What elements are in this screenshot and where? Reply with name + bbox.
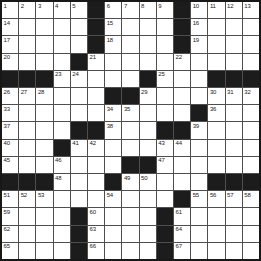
block-cell-r10c9 — [140, 157, 156, 173]
letter-cell-r2c9[interactable] — [140, 19, 156, 35]
letter-cell-r8c4[interactable] — [54, 122, 70, 138]
letter-cell-r8c9[interactable] — [140, 122, 156, 138]
letter-cell-r4c6[interactable]: 21 — [88, 54, 104, 70]
letter-cell-r4c3[interactable] — [36, 54, 52, 70]
letter-cell-r15c6[interactable]: 66 — [88, 243, 104, 259]
letter-cell-r12c12[interactable]: 55 — [191, 191, 207, 207]
clue-number-7: 7 — [124, 3, 127, 10]
clue-number-39: 39 — [193, 123, 199, 130]
letter-cell-r8c7[interactable]: 38 — [105, 122, 121, 138]
clue-number-35: 35 — [124, 106, 130, 113]
letter-cell-r1c9[interactable]: 8 — [140, 2, 156, 18]
letter-cell-r15c14[interactable] — [226, 243, 242, 259]
letter-cell-r1c15[interactable]: 13 — [243, 2, 259, 18]
clue-number-16: 16 — [193, 20, 199, 27]
clue-number-26: 26 — [4, 89, 10, 96]
block-cell-r11c7 — [105, 174, 121, 190]
clue-number-27: 27 — [21, 89, 27, 96]
letter-cell-r6c13[interactable]: 30 — [208, 88, 224, 104]
clue-number-44: 44 — [176, 140, 182, 147]
letter-cell-r13c14[interactable] — [226, 208, 242, 224]
clue-number-47: 47 — [158, 157, 164, 164]
letter-cell-r1c5[interactable]: 5 — [71, 2, 87, 18]
letter-cell-r9c2[interactable] — [19, 140, 35, 156]
block-cell-r11c3 — [36, 174, 52, 190]
letter-cell-r9c5[interactable]: 41 — [71, 140, 87, 156]
letter-cell-r14c12[interactable] — [191, 226, 207, 242]
block-cell-r11c15 — [243, 174, 259, 190]
letter-cell-r2c2[interactable] — [19, 19, 35, 35]
letter-cell-r14c14[interactable] — [226, 226, 242, 242]
letter-cell-r12c1[interactable]: 51 — [2, 191, 18, 207]
letter-cell-r1c7[interactable]: 6 — [105, 2, 121, 18]
block-cell-r10c8 — [122, 157, 138, 173]
letter-cell-r15c1[interactable]: 65 — [2, 243, 18, 259]
clue-number-46: 46 — [55, 157, 61, 164]
clue-number-10: 10 — [193, 3, 199, 10]
letter-cell-r9c15[interactable] — [243, 140, 259, 156]
letter-cell-r6c12[interactable] — [191, 88, 207, 104]
clue-number-13: 13 — [244, 3, 250, 10]
letter-cell-r1c8[interactable]: 7 — [122, 2, 138, 18]
letter-cell-r14c8[interactable] — [122, 226, 138, 242]
block-cell-r8c11 — [174, 122, 190, 138]
clue-number-23: 23 — [55, 71, 61, 78]
letter-cell-r14c3[interactable] — [36, 226, 52, 242]
letter-cell-r6c15[interactable]: 32 — [243, 88, 259, 104]
letter-cell-r5c4[interactable]: 23 — [54, 71, 70, 87]
letter-cell-r7c14[interactable] — [226, 105, 242, 121]
block-cell-r5c9 — [140, 71, 156, 87]
letter-cell-r11c12[interactable] — [191, 174, 207, 190]
letter-cell-r1c3[interactable]: 3 — [36, 2, 52, 18]
letter-cell-r7c3[interactable] — [36, 105, 52, 121]
clue-number-20: 20 — [4, 54, 10, 61]
clue-number-56: 56 — [210, 192, 216, 199]
letter-cell-r2c10[interactable] — [157, 19, 173, 35]
letter-cell-r10c13[interactable] — [208, 157, 224, 173]
clue-number-8: 8 — [141, 3, 144, 10]
clue-number-43: 43 — [158, 140, 164, 147]
letter-cell-r3c12[interactable]: 19 — [191, 36, 207, 52]
letter-cell-r8c12[interactable]: 39 — [191, 122, 207, 138]
letter-cell-r11c4[interactable]: 48 — [54, 174, 70, 190]
block-cell-r15c10 — [157, 243, 173, 259]
clue-number-51: 51 — [4, 192, 10, 199]
letter-cell-r6c11[interactable] — [174, 88, 190, 104]
clue-number-57: 57 — [227, 192, 233, 199]
letter-cell-r15c12[interactable] — [191, 243, 207, 259]
letter-cell-r3c10[interactable] — [157, 36, 173, 52]
letter-cell-r15c9[interactable] — [140, 243, 156, 259]
letter-cell-r4c7[interactable] — [105, 54, 121, 70]
letter-cell-r2c8[interactable] — [122, 19, 138, 35]
letter-cell-r12c7[interactable]: 54 — [105, 191, 121, 207]
letter-cell-r6c2[interactable]: 27 — [19, 88, 35, 104]
letter-cell-r14c13[interactable] — [208, 226, 224, 242]
letter-cell-r7c5[interactable] — [71, 105, 87, 121]
clue-number-66: 66 — [90, 243, 96, 250]
letter-cell-r6c9[interactable]: 29 — [140, 88, 156, 104]
clue-number-24: 24 — [72, 71, 78, 78]
letter-cell-r2c13[interactable] — [208, 19, 224, 35]
letter-cell-r4c13[interactable] — [208, 54, 224, 70]
letter-cell-r4c10[interactable] — [157, 54, 173, 70]
letter-cell-r14c1[interactable]: 62 — [2, 226, 18, 242]
block-cell-r1c6 — [88, 2, 104, 18]
clue-number-17: 17 — [4, 37, 10, 44]
clue-number-5: 5 — [72, 3, 75, 10]
letter-cell-r5c10[interactable]: 25 — [157, 71, 173, 87]
letter-cell-r2c1[interactable]: 14 — [2, 19, 18, 35]
letter-cell-r3c9[interactable] — [140, 36, 156, 52]
clue-number-34: 34 — [107, 106, 113, 113]
block-cell-r11c2 — [19, 174, 35, 190]
letter-cell-r3c13[interactable] — [208, 36, 224, 52]
letter-cell-r12c14[interactable]: 57 — [226, 191, 242, 207]
letter-cell-r11c5[interactable] — [71, 174, 87, 190]
block-cell-r3c6 — [88, 36, 104, 52]
letter-cell-r14c9[interactable] — [140, 226, 156, 242]
block-cell-r8c10 — [157, 122, 173, 138]
letter-cell-r11c6[interactable] — [88, 174, 104, 190]
letter-cell-r4c15[interactable] — [243, 54, 259, 70]
block-cell-r6c7 — [105, 88, 121, 104]
clue-number-25: 25 — [158, 71, 164, 78]
letter-cell-r14c4[interactable] — [54, 226, 70, 242]
letter-cell-r2c5[interactable] — [71, 19, 87, 35]
block-cell-r1c11 — [174, 2, 190, 18]
clue-number-28: 28 — [38, 89, 44, 96]
letter-cell-r10c5[interactable] — [71, 157, 87, 173]
letter-cell-r1c1[interactable]: 1 — [2, 2, 18, 18]
letter-cell-r3c14[interactable] — [226, 36, 242, 52]
letter-cell-r12c4[interactable] — [54, 191, 70, 207]
letter-cell-r9c10[interactable]: 43 — [157, 140, 173, 156]
clue-number-62: 62 — [4, 226, 10, 233]
clue-number-29: 29 — [141, 89, 147, 96]
letter-cell-r7c2[interactable] — [19, 105, 35, 121]
letter-cell-r2c15[interactable] — [243, 19, 259, 35]
block-cell-r2c6 — [88, 19, 104, 35]
letter-cell-r4c14[interactable] — [226, 54, 242, 70]
block-cell-r13c10 — [157, 208, 173, 224]
clue-number-41: 41 — [72, 140, 78, 147]
block-cell-r7c12 — [191, 105, 207, 121]
letter-cell-r10c12[interactable] — [191, 157, 207, 173]
letter-cell-r7c7[interactable]: 34 — [105, 105, 121, 121]
letter-cell-r13c13[interactable] — [208, 208, 224, 224]
letter-cell-r12c10[interactable] — [157, 191, 173, 207]
letter-cell-r2c12[interactable]: 16 — [191, 19, 207, 35]
clue-number-55: 55 — [193, 192, 199, 199]
block-cell-r2c11 — [174, 19, 190, 35]
clue-number-37: 37 — [4, 123, 10, 130]
letter-cell-r9c1[interactable]: 40 — [2, 140, 18, 156]
letter-cell-r11c11[interactable] — [174, 174, 190, 190]
letter-cell-r14c2[interactable] — [19, 226, 35, 242]
letter-cell-r7c8[interactable]: 35 — [122, 105, 138, 121]
letter-cell-r3c3[interactable] — [36, 36, 52, 52]
letter-cell-r10c2[interactable] — [19, 157, 35, 173]
block-cell-r9c4 — [54, 140, 70, 156]
letter-cell-r10c4[interactable]: 46 — [54, 157, 70, 173]
letter-cell-r3c7[interactable]: 18 — [105, 36, 121, 52]
block-cell-r6c8 — [122, 88, 138, 104]
letter-cell-r15c8[interactable] — [122, 243, 138, 259]
letter-cell-r13c4[interactable] — [54, 208, 70, 224]
letter-cell-r7c13[interactable]: 36 — [208, 105, 224, 121]
letter-cell-r1c4[interactable]: 4 — [54, 2, 70, 18]
block-cell-r8c5 — [71, 122, 87, 138]
letter-cell-r9c3[interactable] — [36, 140, 52, 156]
letter-cell-r5c12[interactable] — [191, 71, 207, 87]
letter-cell-r6c4[interactable] — [54, 88, 70, 104]
letter-cell-r12c3[interactable]: 53 — [36, 191, 52, 207]
clue-number-14: 14 — [4, 20, 10, 27]
block-cell-r11c13 — [208, 174, 224, 190]
letter-cell-r13c15[interactable] — [243, 208, 259, 224]
letter-cell-r15c4[interactable] — [54, 243, 70, 259]
clue-number-21: 21 — [90, 54, 96, 61]
letter-cell-r14c7[interactable] — [105, 226, 121, 242]
clue-number-52: 52 — [21, 192, 27, 199]
block-cell-r5c2 — [19, 71, 35, 87]
clue-number-1: 1 — [4, 3, 7, 10]
letter-cell-r7c11[interactable] — [174, 105, 190, 121]
letter-cell-r1c13[interactable]: 11 — [208, 2, 224, 18]
letter-cell-r9c7[interactable] — [105, 140, 121, 156]
block-cell-r4c5 — [71, 54, 87, 70]
letter-cell-r7c4[interactable] — [54, 105, 70, 121]
letter-cell-r3c5[interactable] — [71, 36, 87, 52]
block-cell-r5c14 — [226, 71, 242, 87]
letter-cell-r13c9[interactable] — [140, 208, 156, 224]
letter-cell-r2c14[interactable] — [226, 19, 242, 35]
letter-cell-r3c8[interactable] — [122, 36, 138, 52]
letter-cell-r6c14[interactable]: 31 — [226, 88, 242, 104]
letter-cell-r13c1[interactable]: 59 — [2, 208, 18, 224]
letter-cell-r5c8[interactable] — [122, 71, 138, 87]
letter-cell-r6c1[interactable]: 26 — [2, 88, 18, 104]
letter-cell-r14c11[interactable]: 64 — [174, 226, 190, 242]
letter-cell-r4c12[interactable] — [191, 54, 207, 70]
block-cell-r3c11 — [174, 36, 190, 52]
letter-cell-r9c13[interactable] — [208, 140, 224, 156]
letter-cell-r4c1[interactable]: 20 — [2, 54, 18, 70]
letter-cell-r12c2[interactable]: 52 — [19, 191, 35, 207]
block-cell-r5c13 — [208, 71, 224, 87]
clue-number-64: 64 — [176, 226, 182, 233]
letter-cell-r12c13[interactable]: 56 — [208, 191, 224, 207]
letter-cell-r12c5[interactable] — [71, 191, 87, 207]
letter-cell-r2c3[interactable] — [36, 19, 52, 35]
letter-cell-r10c1[interactable]: 45 — [2, 157, 18, 173]
clue-number-9: 9 — [158, 3, 161, 10]
letter-cell-r8c8[interactable] — [122, 122, 138, 138]
letter-cell-r15c7[interactable] — [105, 243, 121, 259]
letter-cell-r15c2[interactable] — [19, 243, 35, 259]
letter-cell-r7c6[interactable] — [88, 105, 104, 121]
clue-number-38: 38 — [107, 123, 113, 130]
letter-cell-r2c4[interactable] — [54, 19, 70, 35]
letter-cell-r4c2[interactable] — [19, 54, 35, 70]
block-cell-r14c10 — [157, 226, 173, 242]
letter-cell-r5c5[interactable]: 24 — [71, 71, 87, 87]
clue-number-3: 3 — [38, 3, 41, 10]
clue-number-67: 67 — [176, 243, 182, 250]
letter-cell-r5c11[interactable] — [174, 71, 190, 87]
letter-cell-r1c12[interactable]: 10 — [191, 2, 207, 18]
letter-cell-r7c10[interactable] — [157, 105, 173, 121]
clue-number-49: 49 — [124, 175, 130, 182]
letter-cell-r14c15[interactable] — [243, 226, 259, 242]
clue-number-65: 65 — [4, 243, 10, 250]
letter-cell-r13c11[interactable]: 61 — [174, 208, 190, 224]
clue-number-36: 36 — [210, 106, 216, 113]
letter-cell-r13c2[interactable] — [19, 208, 35, 224]
clue-number-11: 11 — [210, 3, 216, 10]
letter-cell-r10c6[interactable] — [88, 157, 104, 173]
letter-cell-r1c2[interactable]: 2 — [19, 2, 35, 18]
clue-number-30: 30 — [210, 89, 216, 96]
clue-number-12: 12 — [227, 3, 233, 10]
clue-number-59: 59 — [4, 209, 10, 216]
letter-cell-r6c3[interactable]: 28 — [36, 88, 52, 104]
clue-number-42: 42 — [90, 140, 96, 147]
block-cell-r11c14 — [226, 174, 242, 190]
clue-number-22: 22 — [176, 54, 182, 61]
letter-cell-r13c6[interactable]: 60 — [88, 208, 104, 224]
letter-cell-r8c1[interactable]: 37 — [2, 122, 18, 138]
letter-cell-r4c9[interactable] — [140, 54, 156, 70]
letter-cell-r9c8[interactable] — [122, 140, 138, 156]
clue-number-60: 60 — [90, 209, 96, 216]
letter-cell-r12c9[interactable] — [140, 191, 156, 207]
block-cell-r13c5 — [71, 208, 87, 224]
block-cell-r11c1 — [2, 174, 18, 190]
letter-cell-r9c6[interactable]: 42 — [88, 140, 104, 156]
clue-number-6: 6 — [107, 3, 110, 10]
letter-cell-r4c11[interactable]: 22 — [174, 54, 190, 70]
block-cell-r12c11 — [174, 191, 190, 207]
letter-cell-r13c7[interactable] — [105, 208, 121, 224]
letter-cell-r8c15[interactable] — [243, 122, 259, 138]
letter-cell-r10c11[interactable] — [174, 157, 190, 173]
letter-cell-r3c4[interactable] — [54, 36, 70, 52]
letter-cell-r1c10[interactable]: 9 — [157, 2, 173, 18]
clue-number-50: 50 — [141, 175, 147, 182]
letter-cell-r9c14[interactable] — [226, 140, 242, 156]
letter-cell-r9c9[interactable] — [140, 140, 156, 156]
clue-number-15: 15 — [107, 20, 113, 27]
letter-cell-r4c4[interactable] — [54, 54, 70, 70]
block-cell-r5c3 — [36, 71, 52, 87]
letter-cell-r10c10[interactable]: 47 — [157, 157, 173, 173]
letter-cell-r10c15[interactable] — [243, 157, 259, 173]
letter-cell-r7c1[interactable]: 33 — [2, 105, 18, 121]
letter-cell-r10c14[interactable] — [226, 157, 242, 173]
letter-cell-r12c8[interactable] — [122, 191, 138, 207]
clue-number-45: 45 — [4, 157, 10, 164]
letter-cell-r12c6[interactable] — [88, 191, 104, 207]
clue-number-33: 33 — [4, 106, 10, 113]
letter-cell-r3c15[interactable] — [243, 36, 259, 52]
letter-cell-r3c2[interactable] — [19, 36, 35, 52]
letter-cell-r8c2[interactable] — [19, 122, 35, 138]
letter-cell-r6c5[interactable] — [71, 88, 87, 104]
letter-cell-r15c11[interactable]: 67 — [174, 243, 190, 259]
clue-number-54: 54 — [107, 192, 113, 199]
clue-number-63: 63 — [90, 226, 96, 233]
letter-cell-r13c12[interactable] — [191, 208, 207, 224]
letter-cell-r11c9[interactable]: 50 — [140, 174, 156, 190]
clue-number-40: 40 — [4, 140, 10, 147]
letter-cell-r13c8[interactable] — [122, 208, 138, 224]
clue-number-18: 18 — [107, 37, 113, 44]
letter-cell-r7c9[interactable] — [140, 105, 156, 121]
letter-cell-r10c3[interactable] — [36, 157, 52, 173]
clue-number-19: 19 — [193, 37, 199, 44]
letter-cell-r9c11[interactable]: 44 — [174, 140, 190, 156]
block-cell-r15c5 — [71, 243, 87, 259]
letter-cell-r3c1[interactable]: 17 — [2, 36, 18, 52]
letter-cell-r4c8[interactable] — [122, 54, 138, 70]
clue-number-61: 61 — [176, 209, 182, 216]
block-cell-r8c6 — [88, 122, 104, 138]
crossword-board: 1234567891011121314151617181920212223242… — [0, 0, 261, 261]
letter-cell-r11c8[interactable]: 49 — [122, 174, 138, 190]
block-cell-r14c5 — [71, 226, 87, 242]
clue-number-32: 32 — [244, 89, 250, 96]
clue-number-53: 53 — [38, 192, 44, 199]
letter-cell-r8c13[interactable] — [208, 122, 224, 138]
letter-cell-r12c15[interactable]: 58 — [243, 191, 259, 207]
letter-cell-r15c13[interactable] — [208, 243, 224, 259]
block-cell-r5c15 — [243, 71, 259, 87]
clue-number-4: 4 — [55, 3, 58, 10]
letter-cell-r10c7[interactable] — [105, 157, 121, 173]
letter-cell-r6c6[interactable] — [88, 88, 104, 104]
letter-cell-r13c3[interactable] — [36, 208, 52, 224]
letter-cell-r15c3[interactable] — [36, 243, 52, 259]
letter-cell-r5c6[interactable] — [88, 71, 104, 87]
letter-cell-r1c14[interactable]: 12 — [226, 2, 242, 18]
letter-cell-r2c7[interactable]: 15 — [105, 19, 121, 35]
letter-cell-r14c6[interactable]: 63 — [88, 226, 104, 242]
letter-cell-r8c3[interactable] — [36, 122, 52, 138]
clue-number-48: 48 — [55, 175, 61, 182]
letter-cell-r9c12[interactable] — [191, 140, 207, 156]
clue-number-2: 2 — [21, 3, 24, 10]
clue-number-31: 31 — [227, 89, 233, 96]
letter-cell-r8c14[interactable] — [226, 122, 242, 138]
block-cell-r5c1 — [2, 71, 18, 87]
letter-cell-r5c7[interactable] — [105, 71, 121, 87]
letter-cell-r6c10[interactable] — [157, 88, 173, 104]
letter-cell-r15c15[interactable] — [243, 243, 259, 259]
letter-cell-r11c10[interactable] — [157, 174, 173, 190]
letter-cell-r7c15[interactable] — [243, 105, 259, 121]
clue-number-58: 58 — [244, 192, 250, 199]
